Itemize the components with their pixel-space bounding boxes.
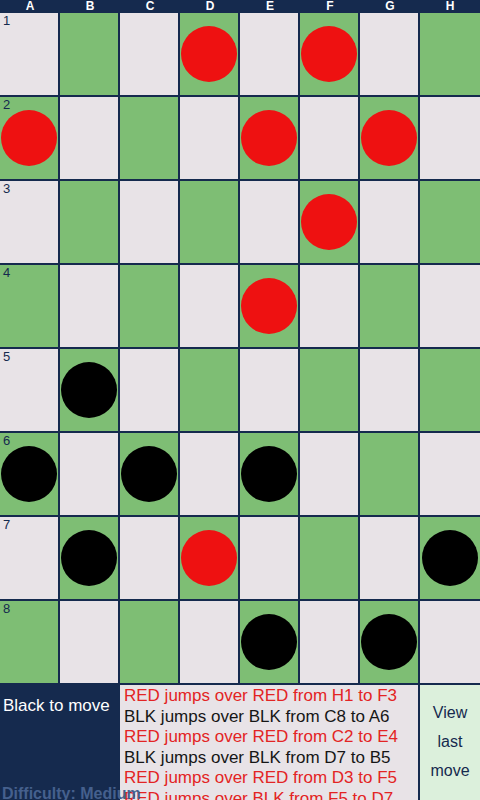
column-label-F: F xyxy=(300,0,360,13)
view-last-move-button[interactable]: Viewlastmove xyxy=(418,685,480,800)
row-label-8: 8 xyxy=(3,601,10,616)
square-E8[interactable] xyxy=(240,601,300,685)
square-C6[interactable] xyxy=(120,433,180,517)
square-G7[interactable] xyxy=(360,517,420,601)
square-G2[interactable] xyxy=(360,97,420,181)
square-B7[interactable] xyxy=(60,517,120,601)
square-C2[interactable] xyxy=(120,97,180,181)
square-H1[interactable] xyxy=(420,13,480,97)
row-label-2: 2 xyxy=(3,97,10,112)
square-D7[interactable] xyxy=(180,517,240,601)
square-D6[interactable] xyxy=(180,433,240,517)
square-E2[interactable] xyxy=(240,97,300,181)
square-C8[interactable] xyxy=(120,601,180,685)
square-D8[interactable] xyxy=(180,601,240,685)
square-A4[interactable]: 4 xyxy=(0,265,60,349)
board: 12345678 xyxy=(0,13,480,685)
move-log-entry-3: RED jumps over RED from C2 to E4 xyxy=(124,727,418,748)
square-F3[interactable] xyxy=(300,181,360,265)
square-H4[interactable] xyxy=(420,265,480,349)
row-label-5: 5 xyxy=(3,349,10,364)
square-E5[interactable] xyxy=(240,349,300,433)
column-label-A: A xyxy=(0,0,60,13)
square-B5[interactable] xyxy=(60,349,120,433)
square-C1[interactable] xyxy=(120,13,180,97)
column-label-C: C xyxy=(120,0,180,13)
square-B3[interactable] xyxy=(60,181,120,265)
red-checker-piece[interactable] xyxy=(241,278,297,334)
square-D3[interactable] xyxy=(180,181,240,265)
square-B8[interactable] xyxy=(60,601,120,685)
square-F8[interactable] xyxy=(300,601,360,685)
move-log-entry-1: RED jumps over RED from H1 to F3 xyxy=(124,686,418,707)
row-label-6: 6 xyxy=(3,433,10,448)
column-label-H: H xyxy=(420,0,480,13)
column-header: ABCDEFGH xyxy=(0,0,480,13)
move-log[interactable]: RED jumps over RED from H1 to F3BLK jump… xyxy=(120,685,418,800)
square-H2[interactable] xyxy=(420,97,480,181)
square-H8[interactable] xyxy=(420,601,480,685)
square-D1[interactable] xyxy=(180,13,240,97)
turn-indicator: Black to move xyxy=(0,685,120,716)
row-label-4: 4 xyxy=(3,265,10,280)
square-E6[interactable] xyxy=(240,433,300,517)
red-checker-piece[interactable] xyxy=(361,110,417,166)
black-checker-piece[interactable] xyxy=(61,362,117,418)
square-G5[interactable] xyxy=(360,349,420,433)
black-checker-piece[interactable] xyxy=(61,530,117,586)
square-H7[interactable] xyxy=(420,517,480,601)
black-checker-piece[interactable] xyxy=(361,614,417,670)
square-C4[interactable] xyxy=(120,265,180,349)
square-B1[interactable] xyxy=(60,13,120,97)
black-checker-piece[interactable] xyxy=(121,446,177,502)
square-A5[interactable]: 5 xyxy=(0,349,60,433)
square-H6[interactable] xyxy=(420,433,480,517)
checkers-app: ABCDEFGH 12345678 Black to move Difficul… xyxy=(0,0,480,800)
square-F7[interactable] xyxy=(300,517,360,601)
square-A3[interactable]: 3 xyxy=(0,181,60,265)
black-checker-piece[interactable] xyxy=(422,530,478,586)
move-log-entry-2: BLK jumps over BLK from C8 to A6 xyxy=(124,707,418,728)
square-G4[interactable] xyxy=(360,265,420,349)
square-F4[interactable] xyxy=(300,265,360,349)
red-checker-piece[interactable] xyxy=(241,110,297,166)
view-last-move-button-text: move xyxy=(420,756,480,785)
column-label-D: D xyxy=(180,0,240,13)
bottom-panel: Black to move Difficulty: Medium RED jum… xyxy=(0,685,480,800)
row-label-7: 7 xyxy=(3,517,10,532)
square-E3[interactable] xyxy=(240,181,300,265)
view-last-move-button-text: View xyxy=(420,698,480,727)
square-C5[interactable] xyxy=(120,349,180,433)
square-B6[interactable] xyxy=(60,433,120,517)
square-E1[interactable] xyxy=(240,13,300,97)
square-D4[interactable] xyxy=(180,265,240,349)
square-D5[interactable] xyxy=(180,349,240,433)
row-label-1: 1 xyxy=(3,13,10,28)
view-last-move-button-text: last xyxy=(420,727,480,756)
row-label-3: 3 xyxy=(3,181,10,196)
square-F2[interactable] xyxy=(300,97,360,181)
square-A1[interactable]: 1 xyxy=(0,13,60,97)
square-H3[interactable] xyxy=(420,181,480,265)
square-G8[interactable] xyxy=(360,601,420,685)
black-checker-piece[interactable] xyxy=(241,446,297,502)
square-C3[interactable] xyxy=(120,181,180,265)
square-B2[interactable] xyxy=(60,97,120,181)
red-checker-piece[interactable] xyxy=(181,530,237,586)
status-block: Black to move Difficulty: Medium xyxy=(0,685,120,800)
square-C7[interactable] xyxy=(120,517,180,601)
column-label-B: B xyxy=(60,0,120,13)
square-G1[interactable] xyxy=(360,13,420,97)
move-log-entry-5: RED jumps over RED from D3 to F5 xyxy=(124,768,418,789)
square-G3[interactable] xyxy=(360,181,420,265)
red-checker-piece[interactable] xyxy=(301,194,357,250)
square-H5[interactable] xyxy=(420,349,480,433)
square-A7[interactable]: 7 xyxy=(0,517,60,601)
square-A8[interactable]: 8 xyxy=(0,601,60,685)
red-checker-piece[interactable] xyxy=(301,26,357,82)
square-B4[interactable] xyxy=(60,265,120,349)
black-checker-piece[interactable] xyxy=(1,446,57,502)
square-F5[interactable] xyxy=(300,349,360,433)
square-A2[interactable]: 2 xyxy=(0,97,60,181)
square-F1[interactable] xyxy=(300,13,360,97)
square-G6[interactable] xyxy=(360,433,420,517)
column-label-G: G xyxy=(360,0,420,13)
square-E7[interactable] xyxy=(240,517,300,601)
red-checker-piece[interactable] xyxy=(181,26,237,82)
column-label-E: E xyxy=(240,0,300,13)
red-checker-piece[interactable] xyxy=(1,110,57,166)
square-F6[interactable] xyxy=(300,433,360,517)
black-checker-piece[interactable] xyxy=(241,614,297,670)
square-D2[interactable] xyxy=(180,97,240,181)
difficulty-label: Difficulty: Medium xyxy=(2,785,141,800)
square-A6[interactable]: 6 xyxy=(0,433,60,517)
square-E4[interactable] xyxy=(240,265,300,349)
move-log-entry-6: RED jumps over BLK from F5 to D7 xyxy=(124,789,418,800)
move-log-entry-4: BLK jumps over BLK from D7 to B5 xyxy=(124,748,418,769)
